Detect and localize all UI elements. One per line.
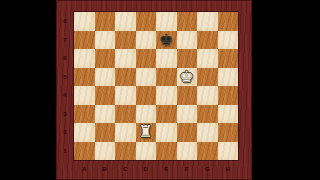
rank-label-6: 6 bbox=[59, 49, 71, 68]
file-label-h: H bbox=[218, 160, 239, 177]
square-a2[interactable] bbox=[74, 123, 95, 142]
square-a8[interactable] bbox=[74, 12, 95, 31]
square-g4[interactable] bbox=[197, 86, 218, 105]
square-g8[interactable] bbox=[197, 12, 218, 31]
square-h3[interactable] bbox=[218, 105, 239, 124]
square-e3[interactable] bbox=[156, 105, 177, 124]
square-d7[interactable] bbox=[136, 31, 157, 50]
square-b1[interactable] bbox=[95, 142, 116, 161]
square-e4[interactable] bbox=[156, 86, 177, 105]
square-h6[interactable] bbox=[218, 49, 239, 68]
file-label-f: F bbox=[177, 160, 198, 177]
square-g3[interactable] bbox=[197, 105, 218, 124]
square-d2[interactable]: ♜ bbox=[136, 123, 157, 142]
square-e8[interactable] bbox=[156, 12, 177, 31]
square-f4[interactable] bbox=[177, 86, 198, 105]
square-h8[interactable] bbox=[218, 12, 239, 31]
square-h4[interactable] bbox=[218, 86, 239, 105]
square-b3[interactable] bbox=[95, 105, 116, 124]
square-b6[interactable] bbox=[95, 49, 116, 68]
white-rook[interactable]: ♜ bbox=[139, 124, 153, 140]
square-g2[interactable] bbox=[197, 123, 218, 142]
square-g6[interactable] bbox=[197, 49, 218, 68]
square-b4[interactable] bbox=[95, 86, 116, 105]
square-f3[interactable] bbox=[177, 105, 198, 124]
square-b2[interactable] bbox=[95, 123, 116, 142]
square-h5[interactable] bbox=[218, 68, 239, 87]
rank-label-1: 1 bbox=[59, 142, 71, 161]
square-d4[interactable] bbox=[136, 86, 157, 105]
black-king[interactable]: ♚ bbox=[159, 32, 173, 48]
square-a3[interactable] bbox=[74, 105, 95, 124]
file-label-a: A bbox=[74, 160, 95, 177]
rank-labels: 87654321 bbox=[59, 12, 71, 160]
square-c2[interactable] bbox=[115, 123, 136, 142]
square-f8[interactable] bbox=[177, 12, 198, 31]
square-c3[interactable] bbox=[115, 105, 136, 124]
square-d1[interactable] bbox=[136, 142, 157, 161]
square-c6[interactable] bbox=[115, 49, 136, 68]
square-f7[interactable] bbox=[177, 31, 198, 50]
file-labels: ABCDEFGH bbox=[74, 160, 238, 177]
square-g1[interactable] bbox=[197, 142, 218, 161]
square-h7[interactable] bbox=[218, 31, 239, 50]
square-e2[interactable] bbox=[156, 123, 177, 142]
square-h1[interactable] bbox=[218, 142, 239, 161]
square-g7[interactable] bbox=[197, 31, 218, 50]
square-g5[interactable] bbox=[197, 68, 218, 87]
square-b7[interactable] bbox=[95, 31, 116, 50]
square-a6[interactable] bbox=[74, 49, 95, 68]
square-c4[interactable] bbox=[115, 86, 136, 105]
square-c7[interactable] bbox=[115, 31, 136, 50]
rank-label-2: 2 bbox=[59, 123, 71, 142]
square-a4[interactable] bbox=[74, 86, 95, 105]
chess-board: ♚♚♜ bbox=[74, 12, 238, 160]
file-label-e: E bbox=[156, 160, 177, 177]
square-b5[interactable] bbox=[95, 68, 116, 87]
square-e7[interactable]: ♚ bbox=[156, 31, 177, 50]
square-a1[interactable] bbox=[74, 142, 95, 161]
square-d6[interactable] bbox=[136, 49, 157, 68]
white-king[interactable]: ♚ bbox=[180, 69, 194, 85]
square-d8[interactable] bbox=[136, 12, 157, 31]
file-label-d: D bbox=[136, 160, 157, 177]
rank-label-4: 4 bbox=[59, 86, 71, 105]
square-f1[interactable] bbox=[177, 142, 198, 161]
square-f2[interactable] bbox=[177, 123, 198, 142]
rank-label-7: 7 bbox=[59, 31, 71, 50]
square-a7[interactable] bbox=[74, 31, 95, 50]
file-label-g: G bbox=[197, 160, 218, 177]
square-d5[interactable] bbox=[136, 68, 157, 87]
square-c8[interactable] bbox=[115, 12, 136, 31]
rank-label-3: 3 bbox=[59, 105, 71, 124]
square-a5[interactable] bbox=[74, 68, 95, 87]
square-c1[interactable] bbox=[115, 142, 136, 161]
letterbox-background: 87654321 ♚♚♜ ABCDEFGH bbox=[0, 0, 320, 180]
rank-label-5: 5 bbox=[59, 68, 71, 87]
square-h2[interactable] bbox=[218, 123, 239, 142]
square-e1[interactable] bbox=[156, 142, 177, 161]
rank-label-8: 8 bbox=[59, 12, 71, 31]
square-e5[interactable] bbox=[156, 68, 177, 87]
file-label-c: C bbox=[115, 160, 136, 177]
square-f5[interactable]: ♚ bbox=[177, 68, 198, 87]
file-label-b: B bbox=[95, 160, 116, 177]
chess-board-frame: 87654321 ♚♚♜ ABCDEFGH bbox=[56, 0, 252, 180]
square-b8[interactable] bbox=[95, 12, 116, 31]
square-f6[interactable] bbox=[177, 49, 198, 68]
square-e6[interactable] bbox=[156, 49, 177, 68]
square-c5[interactable] bbox=[115, 68, 136, 87]
square-d3[interactable] bbox=[136, 105, 157, 124]
